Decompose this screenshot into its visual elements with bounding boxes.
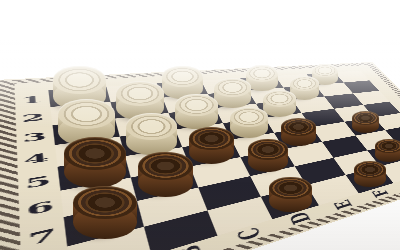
- piece-top: [138, 152, 193, 180]
- piece-top: [354, 161, 386, 178]
- piece-top: [375, 139, 400, 153]
- rank-label-7: 7: [27, 226, 57, 248]
- piece-dark-c5[interactable]: [189, 127, 234, 164]
- piece-white-d2[interactable]: [214, 78, 251, 108]
- piece-top: [263, 90, 296, 107]
- piece-top: [352, 111, 379, 125]
- piece-white-d4[interactable]: [230, 107, 268, 138]
- piece-top: [58, 99, 115, 129]
- rank-label-6: 6: [26, 199, 55, 218]
- piece-dark-f8[interactable]: [354, 161, 386, 187]
- piece-white-c3[interactable]: [175, 94, 218, 129]
- piece-dark-g7[interactable]: [375, 139, 400, 162]
- piece-top: [281, 118, 315, 136]
- piece-top: [162, 66, 202, 87]
- rope-border-left: [0, 80, 23, 250]
- piece-top: [230, 107, 268, 127]
- piece-top: [214, 78, 251, 97]
- checkers-photo-stage: 12345678ABCDEFGH: [0, 0, 400, 250]
- piece-dark-g5[interactable]: [352, 111, 379, 133]
- piece-top: [126, 113, 177, 139]
- piece-dark-a5[interactable]: [64, 137, 126, 188]
- piece-dark-d6[interactable]: [248, 139, 288, 172]
- piece-dark-a7[interactable]: [73, 186, 137, 238]
- piece-top: [64, 137, 126, 169]
- piece-dark-d8[interactable]: [269, 177, 312, 212]
- rank-label-2: 2: [21, 112, 45, 123]
- piece-top: [73, 186, 137, 219]
- piece-top: [290, 76, 319, 91]
- rank-label-4: 4: [23, 151, 49, 165]
- piece-top: [116, 81, 164, 106]
- piece-top: [246, 65, 278, 82]
- piece-white-e1[interactable]: [246, 65, 278, 91]
- piece-top: [175, 94, 218, 116]
- piece-dark-b6[interactable]: [138, 152, 193, 197]
- piece-white-b4[interactable]: [126, 113, 177, 155]
